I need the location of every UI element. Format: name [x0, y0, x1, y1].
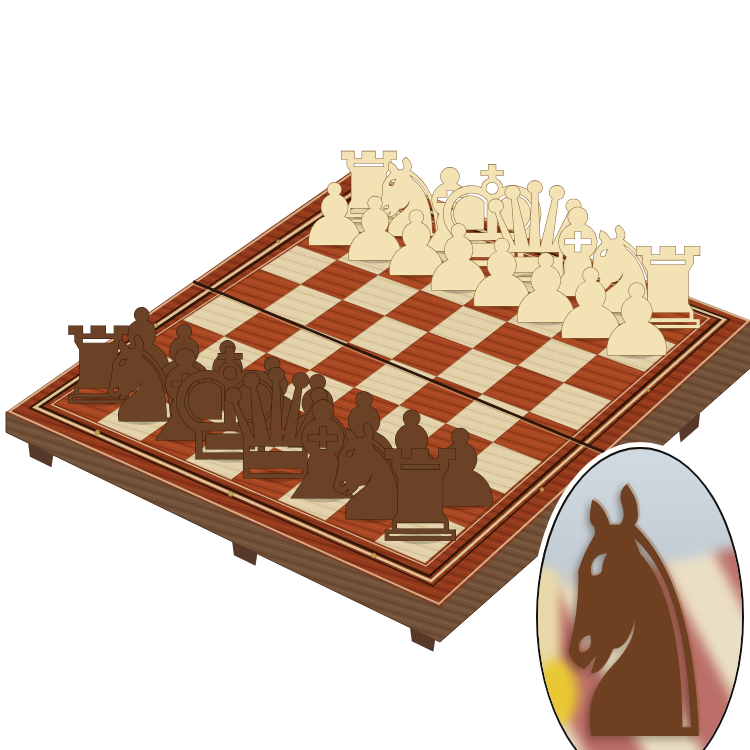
knight-piece-closeup: ♞ — [536, 482, 736, 750]
frame-screw — [276, 239, 280, 243]
product-photo: ♜♞♟♝♟♚♟♛♟♝♟♞♟♜♟♟♟♟♜♟♞♟♝♟♚♟♛♟♝♟♞♜ ♞ — [0, 0, 750, 750]
frame-screw — [540, 487, 544, 491]
piece-white-pawn-a2[interactable]: ♟ — [592, 263, 680, 378]
piece-black-rook-a8[interactable]: ♜ — [365, 424, 477, 569]
frame-screw — [647, 389, 651, 393]
